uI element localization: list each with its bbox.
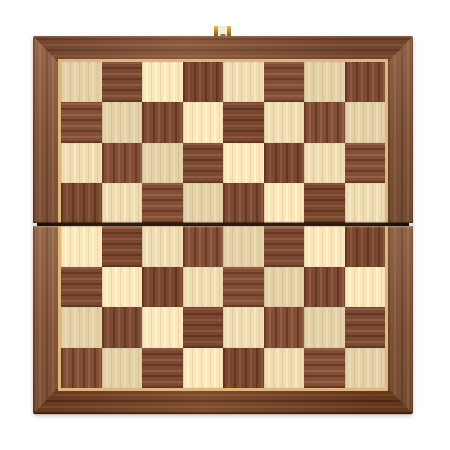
- square-h5[interactable]: [345, 183, 386, 223]
- frame-left-bottom-half: [33, 226, 58, 414]
- square-g6[interactable]: [304, 143, 345, 183]
- square-a7[interactable]: [61, 102, 102, 142]
- chess-board: [33, 36, 413, 414]
- square-d4[interactable]: [183, 226, 224, 267]
- square-b2[interactable]: [102, 307, 143, 348]
- frame-right-bottom-half: [388, 226, 413, 414]
- square-f6[interactable]: [264, 143, 305, 183]
- square-b1[interactable]: [102, 348, 143, 389]
- square-c8[interactable]: [142, 62, 183, 102]
- square-a3[interactable]: [61, 267, 102, 308]
- square-d2[interactable]: [183, 307, 224, 348]
- square-a1[interactable]: [61, 348, 102, 389]
- square-f2[interactable]: [264, 307, 305, 348]
- square-d6[interactable]: [183, 143, 224, 183]
- square-c4[interactable]: [142, 226, 183, 267]
- square-f3[interactable]: [264, 267, 305, 308]
- square-g4[interactable]: [304, 226, 345, 267]
- square-f8[interactable]: [264, 62, 305, 102]
- board-top-half: [33, 36, 413, 223]
- square-b3[interactable]: [102, 267, 143, 308]
- square-h8[interactable]: [345, 62, 386, 102]
- square-d8[interactable]: [183, 62, 224, 102]
- frame-bottom: [33, 388, 413, 414]
- square-c5[interactable]: [142, 183, 183, 223]
- square-c1[interactable]: [142, 348, 183, 389]
- square-d7[interactable]: [183, 102, 224, 142]
- square-g1[interactable]: [304, 348, 345, 389]
- square-e1[interactable]: [223, 348, 264, 389]
- square-h4[interactable]: [345, 226, 386, 267]
- square-b6[interactable]: [102, 143, 143, 183]
- square-b8[interactable]: [102, 62, 143, 102]
- square-a4[interactable]: [61, 226, 102, 267]
- square-f5[interactable]: [264, 183, 305, 223]
- square-h7[interactable]: [345, 102, 386, 142]
- square-f7[interactable]: [264, 102, 305, 142]
- square-e2[interactable]: [223, 307, 264, 348]
- square-a6[interactable]: [61, 143, 102, 183]
- square-h3[interactable]: [345, 267, 386, 308]
- square-f1[interactable]: [264, 348, 305, 389]
- square-d3[interactable]: [183, 267, 224, 308]
- square-b7[interactable]: [102, 102, 143, 142]
- square-c3[interactable]: [142, 267, 183, 308]
- square-c7[interactable]: [142, 102, 183, 142]
- board-bottom-half: [33, 226, 413, 414]
- square-a8[interactable]: [61, 62, 102, 102]
- square-e5[interactable]: [223, 183, 264, 223]
- square-h2[interactable]: [345, 307, 386, 348]
- square-g7[interactable]: [304, 102, 345, 142]
- square-d5[interactable]: [183, 183, 224, 223]
- square-c6[interactable]: [142, 143, 183, 183]
- frame-right-top-half: [388, 36, 413, 223]
- square-g8[interactable]: [304, 62, 345, 102]
- square-c2[interactable]: [142, 307, 183, 348]
- square-g2[interactable]: [304, 307, 345, 348]
- square-b5[interactable]: [102, 183, 143, 223]
- square-g5[interactable]: [304, 183, 345, 223]
- frame-left-top-half: [33, 36, 58, 223]
- square-b4[interactable]: [102, 226, 143, 267]
- square-g3[interactable]: [304, 267, 345, 308]
- square-a5[interactable]: [61, 183, 102, 223]
- square-h1[interactable]: [345, 348, 386, 389]
- playing-area-ranks-4-to-1: [58, 226, 388, 391]
- square-e6[interactable]: [223, 143, 264, 183]
- square-e4[interactable]: [223, 226, 264, 267]
- playing-area-ranks-8-to-5: [58, 59, 388, 223]
- square-e8[interactable]: [223, 62, 264, 102]
- square-f4[interactable]: [264, 226, 305, 267]
- square-h6[interactable]: [345, 143, 386, 183]
- photo-background: [0, 0, 450, 450]
- square-a2[interactable]: [61, 307, 102, 348]
- square-e3[interactable]: [223, 267, 264, 308]
- square-d1[interactable]: [183, 348, 224, 389]
- square-e7[interactable]: [223, 102, 264, 142]
